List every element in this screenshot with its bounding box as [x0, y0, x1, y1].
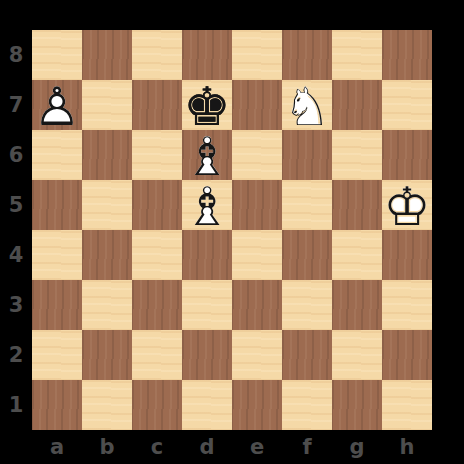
square-b7[interactable] [82, 80, 132, 130]
square-e2[interactable] [232, 330, 282, 380]
square-f5[interactable] [282, 180, 332, 230]
square-h5[interactable] [382, 180, 432, 230]
rank-label-5: 5 [0, 180, 32, 230]
square-g8[interactable] [332, 30, 382, 80]
square-a4[interactable] [32, 230, 82, 280]
square-f8[interactable] [282, 30, 332, 80]
square-b6[interactable] [82, 130, 132, 180]
file-label-d: d [182, 430, 232, 464]
square-h2[interactable] [382, 330, 432, 380]
square-g2[interactable] [332, 330, 382, 380]
square-e8[interactable] [232, 30, 282, 80]
square-h1[interactable] [382, 380, 432, 430]
square-a2[interactable] [32, 330, 82, 380]
chess-board-screenshot: 87654321 abcdefgh ♟♙♚♚♞♘♝♗♝♗♚♔ [0, 0, 464, 464]
square-h3[interactable] [382, 280, 432, 330]
square-b1[interactable] [82, 380, 132, 430]
square-e7[interactable] [232, 80, 282, 130]
square-a8[interactable] [32, 30, 82, 80]
square-b5[interactable] [82, 180, 132, 230]
square-c3[interactable] [132, 280, 182, 330]
file-label-b: b [82, 430, 132, 464]
square-h6[interactable] [382, 130, 432, 180]
square-b4[interactable] [82, 230, 132, 280]
square-e4[interactable] [232, 230, 282, 280]
rank-label-8: 8 [0, 30, 32, 80]
rank-label-1: 1 [0, 380, 32, 430]
square-g6[interactable] [332, 130, 382, 180]
square-g1[interactable] [332, 380, 382, 430]
rank-label-2: 2 [0, 330, 32, 380]
square-e1[interactable] [232, 380, 282, 430]
square-d8[interactable] [182, 30, 232, 80]
square-f2[interactable] [282, 330, 332, 380]
square-d6[interactable] [182, 130, 232, 180]
square-d1[interactable] [182, 380, 232, 430]
square-a7[interactable] [32, 80, 82, 130]
square-d3[interactable] [182, 280, 232, 330]
square-c6[interactable] [132, 130, 182, 180]
square-h7[interactable] [382, 80, 432, 130]
square-c5[interactable] [132, 180, 182, 230]
rank-labels: 87654321 [0, 30, 32, 430]
square-e3[interactable] [232, 280, 282, 330]
square-c2[interactable] [132, 330, 182, 380]
square-f4[interactable] [282, 230, 332, 280]
square-c1[interactable] [132, 380, 182, 430]
square-d5[interactable] [182, 180, 232, 230]
rank-label-3: 3 [0, 280, 32, 330]
square-c7[interactable] [132, 80, 182, 130]
file-label-a: a [32, 430, 82, 464]
square-g5[interactable] [332, 180, 382, 230]
square-b8[interactable] [82, 30, 132, 80]
square-d2[interactable] [182, 330, 232, 380]
square-a6[interactable] [32, 130, 82, 180]
square-a3[interactable] [32, 280, 82, 330]
chess-board [32, 30, 432, 430]
file-label-g: g [332, 430, 382, 464]
square-f7[interactable] [282, 80, 332, 130]
square-c4[interactable] [132, 230, 182, 280]
square-h8[interactable] [382, 30, 432, 80]
square-a1[interactable] [32, 380, 82, 430]
square-g4[interactable] [332, 230, 382, 280]
square-b2[interactable] [82, 330, 132, 380]
square-e6[interactable] [232, 130, 282, 180]
square-g3[interactable] [332, 280, 382, 330]
square-c8[interactable] [132, 30, 182, 80]
file-label-f: f [282, 430, 332, 464]
file-label-c: c [132, 430, 182, 464]
file-label-e: e [232, 430, 282, 464]
square-f6[interactable] [282, 130, 332, 180]
rank-label-4: 4 [0, 230, 32, 280]
square-f3[interactable] [282, 280, 332, 330]
file-label-h: h [382, 430, 432, 464]
square-d7[interactable] [182, 80, 232, 130]
square-e5[interactable] [232, 180, 282, 230]
square-f1[interactable] [282, 380, 332, 430]
square-a5[interactable] [32, 180, 82, 230]
square-g7[interactable] [332, 80, 382, 130]
square-h4[interactable] [382, 230, 432, 280]
square-d4[interactable] [182, 230, 232, 280]
rank-label-7: 7 [0, 80, 32, 130]
file-labels: abcdefgh [32, 430, 432, 464]
square-b3[interactable] [82, 280, 132, 330]
rank-label-6: 6 [0, 130, 32, 180]
